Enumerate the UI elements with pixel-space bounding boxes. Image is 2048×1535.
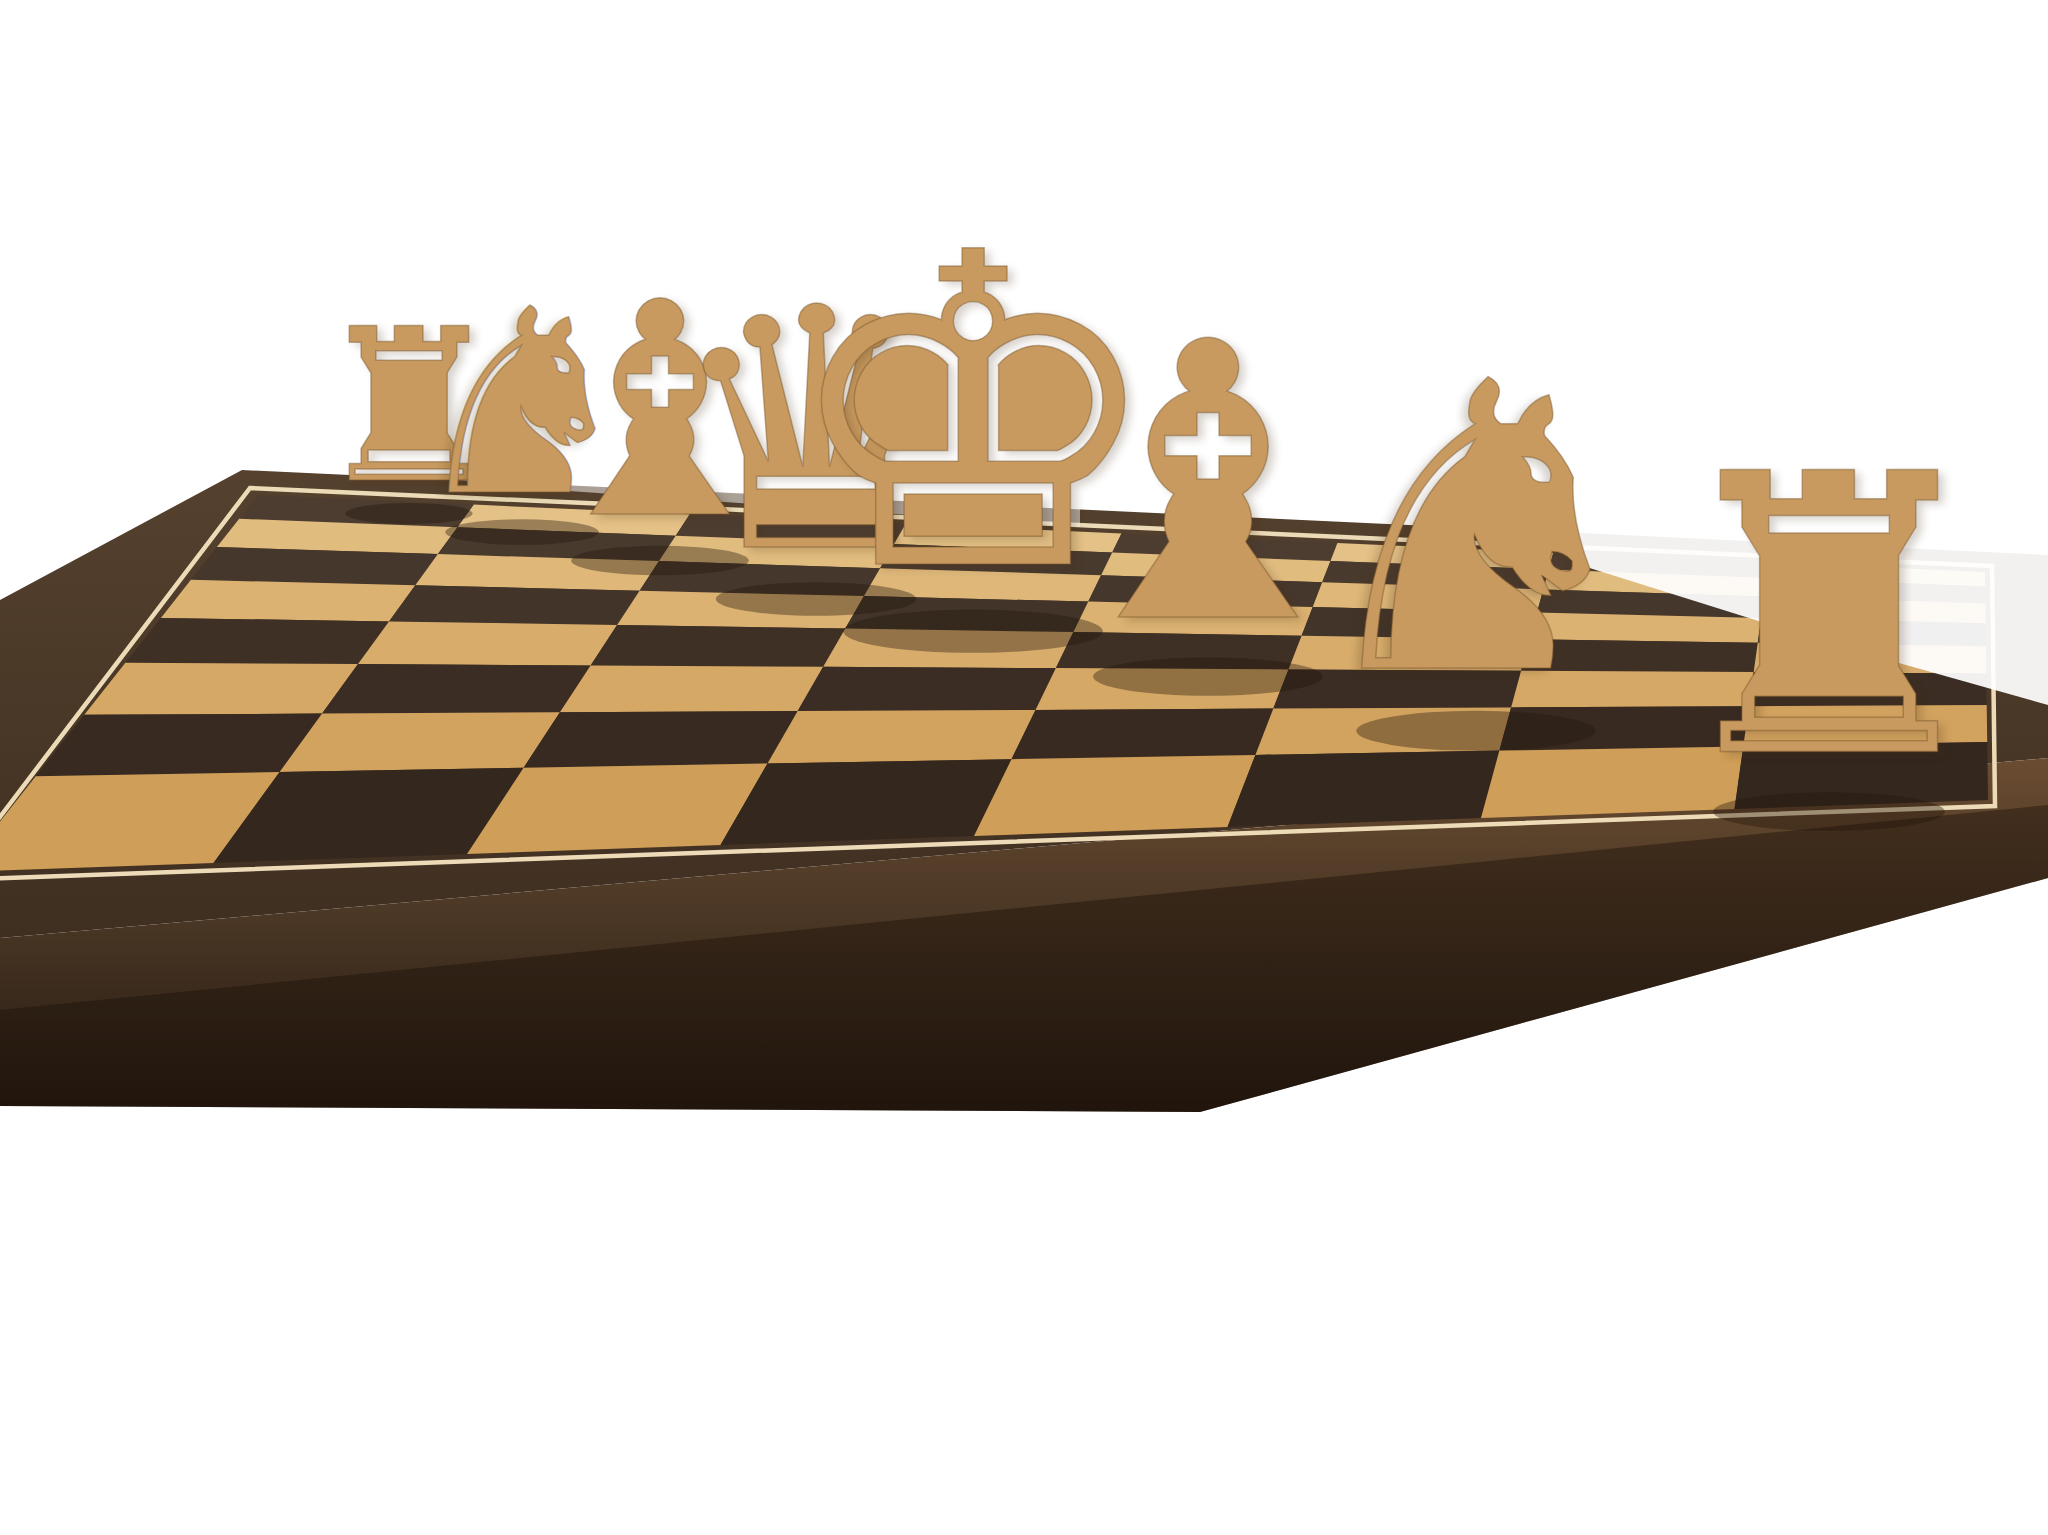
square-h4[interactable] (721, 759, 1012, 845)
square-f3[interactable] (560, 665, 823, 712)
square-g3[interactable] (524, 711, 798, 768)
square-g1[interactable] (36, 714, 322, 777)
square-e1[interactable] (125, 618, 389, 664)
square-h5[interactable] (974, 755, 1255, 836)
square-g2[interactable] (280, 712, 560, 772)
square-f2[interactable] (322, 664, 590, 714)
square-h6[interactable] (1228, 751, 1500, 827)
rook-glyph: ♜ (1656, 429, 2002, 807)
square-d1[interactable] (161, 580, 415, 622)
square-f1[interactable] (84, 663, 358, 715)
square-g4[interactable] (768, 710, 1036, 764)
square-f4[interactable] (798, 667, 1056, 711)
square-d2[interactable] (389, 585, 640, 625)
piece-white-knight-g7[interactable]: ♞ (1277, 327, 1676, 726)
chessboard-photo: ♜♞♝♛♚♝♞♜ (0, 0, 2048, 1535)
knight-glyph: ♞ (1297, 335, 1655, 726)
square-g5[interactable] (1012, 709, 1274, 760)
piece-white-rook-h8[interactable]: ♜ (1636, 421, 2022, 807)
square-e2[interactable] (358, 622, 617, 666)
